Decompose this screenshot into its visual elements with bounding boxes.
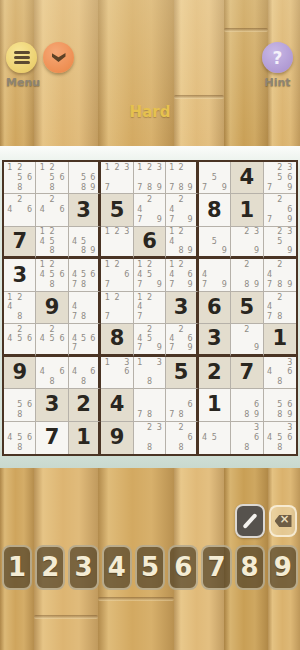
pencil-marks: 24579: [134, 324, 165, 353]
entered-number: 1: [207, 394, 222, 415]
given-number: 1: [272, 328, 287, 349]
given-number: 1: [240, 200, 255, 221]
pencil-marks: 468: [69, 357, 98, 388]
pencil-marks: 123789: [134, 162, 165, 193]
sudoku-cell-r6c6[interactable]: 24679: [166, 324, 198, 356]
sudoku-cell-r8c4[interactable]: 4: [101, 389, 133, 421]
keypad-7[interactable]: 7: [201, 545, 231, 590]
sudoku-cell-r9c2[interactable]: 7: [36, 422, 68, 454]
pencil-marks: 678: [166, 389, 195, 420]
given-number: 4: [240, 167, 255, 188]
sudoku-cell-r2c3[interactable]: 3: [69, 194, 101, 226]
sudoku-cell-r3c4[interactable]: 123: [101, 227, 133, 259]
question-mark-icon: ?: [273, 48, 283, 68]
sudoku-cell-r9c7[interactable]: 45: [199, 422, 231, 454]
sudoku-cell-r2c4[interactable]: 5: [101, 194, 133, 226]
pencil-marks: 12458: [36, 227, 67, 256]
given-number: 2: [207, 362, 222, 383]
sudoku-cell-r3c1[interactable]: 7: [4, 227, 36, 259]
pencil-marks: 579: [199, 162, 230, 193]
pencil-marks: 124568: [36, 259, 67, 290]
sudoku-cell-r1c7[interactable]: 579: [199, 162, 231, 194]
sudoku-cell-r2c6[interactable]: 2479: [166, 194, 198, 226]
sudoku-cell-r3c9[interactable]: 2359: [264, 227, 296, 259]
pencil-marks: 2456: [4, 324, 35, 353]
pencil-marks: 368: [231, 422, 262, 454]
hint-button[interactable]: ?: [262, 42, 293, 73]
plank-seam: [98, 597, 174, 601]
sudoku-cell-r4c2[interactable]: 124568: [36, 259, 68, 291]
sudoku-cell-r2c7[interactable]: 8: [199, 194, 231, 226]
pencil-marks: 59: [199, 227, 230, 256]
sudoku-cell-r3c2[interactable]: 12458: [36, 227, 68, 259]
pencil-marks: 12489: [166, 227, 195, 256]
given-number: 4: [110, 394, 125, 415]
pencil-marks: 479: [199, 259, 230, 290]
pencil-marks: 138: [134, 357, 165, 388]
sudoku-cell-r4c7[interactable]: 479: [199, 259, 231, 291]
pencil-marks: 24679: [166, 324, 195, 353]
given-number: 3: [174, 297, 189, 318]
pencil-marks: 239: [231, 227, 262, 256]
hint-label: Hint: [262, 76, 293, 89]
sudoku-cell-r1c3[interactable]: 5689: [69, 162, 101, 194]
given-number: 1: [76, 427, 91, 448]
pencil-marks: 45: [199, 422, 230, 454]
sudoku-cell-r5c8[interactable]: 5: [231, 292, 263, 324]
sudoku-cell-r1c1[interactable]: 12568: [4, 162, 36, 194]
sudoku-cell-r4c8[interactable]: 289: [231, 259, 263, 291]
keypad-3[interactable]: 3: [68, 545, 98, 590]
keypad-2[interactable]: 2: [35, 545, 65, 590]
sudoku-cell-r7c1[interactable]: 9: [4, 357, 36, 389]
hamburger-icon: [14, 51, 30, 64]
given-number: 9: [45, 297, 60, 318]
sudoku-cell-r2c5[interactable]: 2479: [134, 194, 166, 226]
sudoku-cell-r4c3[interactable]: 45678: [69, 259, 101, 291]
sudoku-cell-r1c6[interactable]: 12789: [166, 162, 198, 194]
pencil-marks: 5689: [264, 389, 296, 420]
sudoku-cell-r6c9[interactable]: 1: [264, 324, 296, 356]
plank-seam: [224, 28, 268, 32]
sudoku-cell-r2c8[interactable]: 1: [231, 194, 263, 226]
backspace-icon: [275, 515, 292, 527]
pencil-marks: 235679: [264, 162, 296, 193]
sudoku-cell-r1c2[interactable]: 12568: [36, 162, 68, 194]
entered-number: 3: [12, 265, 27, 286]
pencil-marks: 24789: [264, 259, 296, 290]
sudoku-cell-r4c9[interactable]: 24789: [264, 259, 296, 291]
given-number: 7: [240, 362, 255, 383]
given-number: 5: [110, 200, 125, 221]
sudoku-cell-r4c5[interactable]: 124579: [134, 259, 166, 291]
pencil-marks: 468: [36, 357, 67, 388]
sudoku-cell-r7c9[interactable]: 3468: [264, 357, 296, 389]
pencil-marks: 4567: [69, 324, 98, 353]
sudoku-cell-r7c2[interactable]: 468: [36, 357, 68, 389]
sudoku-cell-r3c6[interactable]: 12489: [166, 227, 198, 259]
given-number: 8: [110, 328, 125, 349]
sudoku-cell-r1c8[interactable]: 4: [231, 162, 263, 194]
entered-number: 7: [45, 427, 60, 448]
keypad-8[interactable]: 8: [235, 545, 265, 590]
sudoku-cell-r9c9[interactable]: 34568: [264, 422, 296, 454]
given-number: 2: [76, 394, 91, 415]
sudoku-cell-r7c8[interactable]: 7: [231, 357, 263, 389]
sudoku-cell-r3c3[interactable]: 4589: [69, 227, 101, 259]
menu-button[interactable]: [6, 42, 37, 73]
sudoku-cell-r8c2[interactable]: 3: [36, 389, 68, 421]
pencil-marks: 2456: [36, 324, 67, 353]
sudoku-cell-r6c7[interactable]: 3: [199, 324, 231, 356]
pencil-marks: 2359: [264, 227, 296, 256]
sudoku-cell-r1c5[interactable]: 123789: [134, 162, 166, 194]
pencil-marks: 2679: [264, 194, 296, 225]
keypad-4[interactable]: 4: [102, 545, 132, 590]
pencil-marks: 2479: [166, 194, 195, 225]
sudoku-cell-r8c7[interactable]: 1: [199, 389, 231, 421]
sudoku-cell-r4c6[interactable]: 124679: [166, 259, 198, 291]
sudoku-cell-r7c5[interactable]: 138: [134, 357, 166, 389]
given-number: 9: [110, 427, 125, 448]
pencil-marks: 289: [231, 259, 262, 290]
sudoku-cell-r6c4[interactable]: 8: [101, 324, 133, 356]
pencil-mode-button[interactable]: [235, 504, 265, 538]
sudoku-cell-r4c1[interactable]: 3: [4, 259, 36, 291]
sudoku-cell-r5c3[interactable]: 478: [69, 292, 101, 324]
pencil-marks: 1237: [101, 162, 132, 193]
pencil-marks: 12568: [36, 162, 67, 193]
menu-label: Menu: [6, 76, 37, 89]
keypad-6[interactable]: 6: [168, 545, 198, 590]
sudoku-cell-r8c9[interactable]: 5689: [264, 389, 296, 421]
pencil-marks: 4568: [4, 422, 35, 454]
pencil-marks: 268: [166, 422, 195, 454]
pencil-marks: 2479: [134, 194, 165, 225]
sudoku-cell-r4c4[interactable]: 1267: [101, 259, 133, 291]
pencil-marks: 246: [4, 194, 35, 225]
sudoku-cell-r6c3[interactable]: 4567: [69, 324, 101, 356]
sudoku-cell-r8c6[interactable]: 678: [166, 389, 198, 421]
sudoku-cell-r5c6[interactable]: 3: [166, 292, 198, 324]
sudoku-cell-r8c1[interactable]: 568: [4, 389, 36, 421]
pencil-marks: 12789: [166, 162, 195, 193]
pencil-marks: 124679: [166, 259, 195, 290]
sudoku-cell-r2c2[interactable]: 246: [36, 194, 68, 226]
pencil-marks: 34568: [264, 422, 296, 454]
sudoku-grid: 1256812568568912371237891278957942356792…: [2, 160, 298, 456]
pencil-marks: 124579: [134, 259, 165, 290]
sudoku-cell-r7c6[interactable]: 5: [166, 357, 198, 389]
sudoku-cell-r7c3[interactable]: 468: [69, 357, 101, 389]
sudoku-cell-r2c1[interactable]: 246: [4, 194, 36, 226]
sudoku-cell-r6c2[interactable]: 2456: [36, 324, 68, 356]
sudoku-cell-r9c6[interactable]: 268: [166, 422, 198, 454]
sudoku-cell-r9c8[interactable]: 368: [231, 422, 263, 454]
keypad-1[interactable]: 1: [2, 545, 32, 590]
difficulty-title: Hard: [0, 103, 300, 121]
pencil-marks: 127: [101, 292, 132, 323]
pencil-marks: 238: [134, 422, 165, 454]
sudoku-cell-r8c3[interactable]: 2: [69, 389, 101, 421]
sudoku-cell-r8c5[interactable]: 78: [134, 389, 166, 421]
sudoku-cell-r7c4[interactable]: 136: [101, 357, 133, 389]
delete-button[interactable]: [269, 505, 297, 537]
plank-seam: [174, 95, 224, 99]
sudoku-cell-r3c7[interactable]: 59: [199, 227, 231, 259]
sudoku-cell-r6c8[interactable]: 29: [231, 324, 263, 356]
sudoku-cell-r9c4[interactable]: 9: [101, 422, 133, 454]
sudoku-cell-r9c5[interactable]: 238: [134, 422, 166, 454]
background-lighting: [0, 0, 300, 150]
pencil-marks: 2478: [264, 292, 296, 323]
pencil-marks: 4589: [69, 227, 98, 256]
sudoku-cell-r6c1[interactable]: 2456: [4, 324, 36, 356]
sudoku-cell-r5c2[interactable]: 9: [36, 292, 68, 324]
chevron-down-icon: [52, 53, 66, 62]
pencil-marks: 689: [231, 389, 262, 420]
sudoku-cell-r8c8[interactable]: 689: [231, 389, 263, 421]
given-number: 3: [207, 328, 222, 349]
sudoku-cell-r6c5[interactable]: 24579: [134, 324, 166, 356]
pencil-marks: 29: [231, 324, 262, 353]
given-number: 6: [207, 297, 222, 318]
pencil-marks: 568: [4, 389, 35, 420]
pencil-marks: 12568: [4, 162, 35, 193]
sudoku-cell-r9c3[interactable]: 1: [69, 422, 101, 454]
keypad-9[interactable]: 9: [268, 545, 298, 590]
pencil-marks: 478: [69, 292, 98, 323]
sudoku-cell-r5c9[interactable]: 2478: [264, 292, 296, 324]
given-number: 3: [76, 200, 91, 221]
plank-seam: [34, 615, 98, 619]
pencil-icon: [242, 513, 257, 529]
given-number: 6: [142, 231, 157, 252]
sudoku-cell-r3c8[interactable]: 239: [231, 227, 263, 259]
sudoku-cell-r3c5[interactable]: 6: [134, 227, 166, 259]
sudoku-cell-r5c7[interactable]: 6: [199, 292, 231, 324]
sudoku-cell-r7c7[interactable]: 2: [199, 357, 231, 389]
sudoku-cell-r1c9[interactable]: 235679: [264, 162, 296, 194]
pencil-marks: 45678: [69, 259, 98, 290]
keypad-5[interactable]: 5: [135, 545, 165, 590]
given-number: 9: [12, 362, 27, 383]
sudoku-cell-r5c4[interactable]: 127: [101, 292, 133, 324]
sudoku-cell-r5c5[interactable]: 1247: [134, 292, 166, 324]
given-number: 5: [174, 362, 189, 383]
sudoku-cell-r1c4[interactable]: 1237: [101, 162, 133, 194]
pencil-marks: 5689: [69, 162, 98, 193]
sudoku-cell-r2c9[interactable]: 2679: [264, 194, 296, 226]
number-keypad: 123456789: [0, 545, 300, 590]
sudoku-cell-r5c1[interactable]: 1248: [4, 292, 36, 324]
pencil-marks: 123: [101, 227, 132, 256]
pencil-marks: 136: [101, 357, 132, 388]
pencil-marks: 1248: [4, 292, 35, 323]
given-number: 5: [240, 297, 255, 318]
collapse-button[interactable]: [43, 42, 74, 73]
pencil-marks: 1267: [101, 259, 132, 290]
pencil-marks: 3468: [264, 357, 296, 388]
entered-number: 8: [207, 200, 222, 221]
pencil-marks: 246: [36, 194, 67, 225]
pencil-marks: 1247: [134, 292, 165, 323]
given-number: 3: [45, 394, 60, 415]
pencil-marks: 78: [134, 389, 165, 420]
sudoku-cell-r9c1[interactable]: 4568: [4, 422, 36, 454]
given-number: 7: [12, 231, 27, 252]
